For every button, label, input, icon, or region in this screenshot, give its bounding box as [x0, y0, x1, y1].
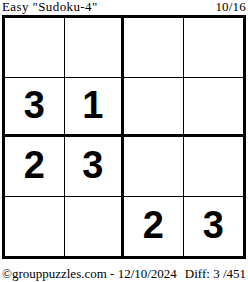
sudoku-cell-r1c1[interactable]: [5, 18, 65, 78]
sudoku-cell-r1c4[interactable]: [184, 18, 244, 78]
sudoku-cell-r3c1: 2: [5, 137, 65, 197]
sudoku-board: 312323: [2, 15, 246, 259]
puzzle-title: Easy "Sudoku-4": [2, 0, 98, 14]
sudoku-cell-r3c2: 3: [65, 137, 125, 197]
difficulty-text: Diff: 3 /451: [185, 266, 246, 281]
sudoku-cell-r2c4[interactable]: [184, 78, 244, 138]
sudoku-cell-r3c4[interactable]: [184, 137, 244, 197]
sudoku-cell-r1c3[interactable]: [124, 18, 184, 78]
sudoku-cell-r4c3: 2: [124, 197, 184, 257]
sudoku-cell-r3c3[interactable]: [124, 137, 184, 197]
footer: ©grouppuzzles.com - 12/10/2024 Diff: 3 /…: [2, 266, 246, 281]
puzzle-page: Easy "Sudoku-4" 10/16 312323 ©grouppuzzl…: [0, 0, 248, 282]
sudoku-cell-r1c2[interactable]: [65, 18, 125, 78]
sudoku-cell-r4c2[interactable]: [65, 197, 125, 257]
header: Easy "Sudoku-4" 10/16: [2, 0, 246, 14]
copyright-text: ©grouppuzzles.com - 12/10/2024: [2, 266, 177, 281]
page-number: 10/16: [215, 0, 246, 14]
sudoku-cell-r2c1: 3: [5, 78, 65, 138]
sudoku-cell-r2c3[interactable]: [124, 78, 184, 138]
sudoku-cell-r4c1[interactable]: [5, 197, 65, 257]
sudoku-cell-r4c4: 3: [184, 197, 244, 257]
sudoku-cell-r2c2: 1: [65, 78, 125, 138]
